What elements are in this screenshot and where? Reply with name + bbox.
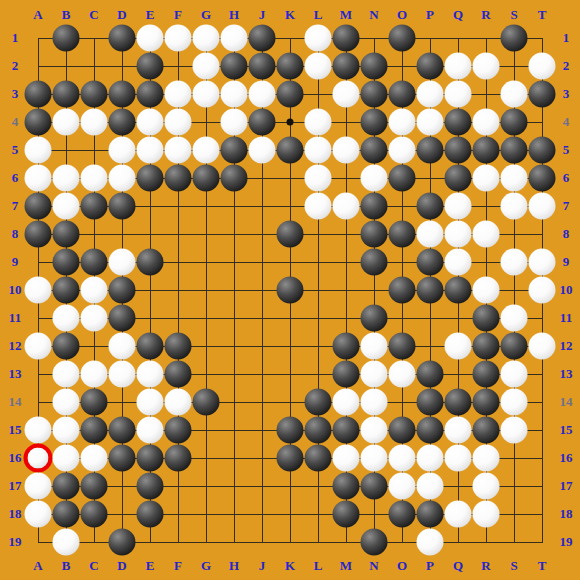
intersection-L1[interactable] [304,24,332,52]
intersection-C5[interactable] [80,136,108,164]
intersection-B15[interactable] [52,416,80,444]
intersection-C9[interactable] [80,248,108,276]
intersection-N16[interactable] [360,444,388,472]
intersection-L6[interactable] [304,164,332,192]
intersection-K1[interactable] [276,24,304,52]
intersection-K5[interactable] [276,136,304,164]
intersection-O9[interactable] [388,248,416,276]
intersection-D5[interactable] [108,136,136,164]
intersection-L2[interactable] [304,52,332,80]
intersection-O11[interactable] [388,304,416,332]
intersection-K4[interactable] [276,108,304,136]
intersection-T2[interactable] [528,52,556,80]
intersection-F5[interactable] [164,136,192,164]
intersection-P15[interactable] [416,416,444,444]
intersection-P14[interactable] [416,388,444,416]
intersection-G2[interactable] [192,52,220,80]
intersection-L13[interactable] [304,360,332,388]
intersection-Q7[interactable] [444,192,472,220]
intersection-A19[interactable] [24,528,52,556]
intersection-J5[interactable] [248,136,276,164]
intersection-T19[interactable] [528,528,556,556]
intersection-L17[interactable] [304,472,332,500]
intersection-R14[interactable] [472,388,500,416]
intersection-P2[interactable] [416,52,444,80]
intersection-R11[interactable] [472,304,500,332]
intersection-D16[interactable] [108,444,136,472]
intersection-Q17[interactable] [444,472,472,500]
intersection-O15[interactable] [388,416,416,444]
intersection-O16[interactable] [388,444,416,472]
intersection-P1[interactable] [416,24,444,52]
intersection-S3[interactable] [500,80,528,108]
intersection-C2[interactable] [80,52,108,80]
intersection-J6[interactable] [248,164,276,192]
intersection-E15[interactable] [136,416,164,444]
intersection-D13[interactable] [108,360,136,388]
intersection-R1[interactable] [472,24,500,52]
intersection-G7[interactable] [192,192,220,220]
intersection-Q19[interactable] [444,528,472,556]
intersection-E12[interactable] [136,332,164,360]
intersection-L9[interactable] [304,248,332,276]
intersection-H19[interactable] [220,528,248,556]
intersection-G14[interactable] [192,388,220,416]
intersection-C15[interactable] [80,416,108,444]
intersection-A11[interactable] [24,304,52,332]
intersection-D4[interactable] [108,108,136,136]
intersection-K2[interactable] [276,52,304,80]
intersection-Q5[interactable] [444,136,472,164]
intersection-Q16[interactable] [444,444,472,472]
intersection-A16[interactable] [24,444,52,472]
intersection-L7[interactable] [304,192,332,220]
intersection-S8[interactable] [500,220,528,248]
intersection-B16[interactable] [52,444,80,472]
intersection-J14[interactable] [248,388,276,416]
intersection-M17[interactable] [332,472,360,500]
intersection-H12[interactable] [220,332,248,360]
intersection-S7[interactable] [500,192,528,220]
intersection-Q4[interactable] [444,108,472,136]
intersection-J9[interactable] [248,248,276,276]
intersection-P4[interactable] [416,108,444,136]
intersection-E4[interactable] [136,108,164,136]
intersection-R9[interactable] [472,248,500,276]
intersection-C6[interactable] [80,164,108,192]
intersection-O8[interactable] [388,220,416,248]
intersection-N11[interactable] [360,304,388,332]
intersection-Q14[interactable] [444,388,472,416]
intersection-T13[interactable] [528,360,556,388]
intersection-D14[interactable] [108,388,136,416]
intersection-M8[interactable] [332,220,360,248]
intersection-H15[interactable] [220,416,248,444]
intersection-L3[interactable] [304,80,332,108]
intersection-T17[interactable] [528,472,556,500]
intersection-L5[interactable] [304,136,332,164]
intersection-J15[interactable] [248,416,276,444]
intersection-G3[interactable] [192,80,220,108]
intersection-T11[interactable] [528,304,556,332]
intersection-S9[interactable] [500,248,528,276]
intersection-L15[interactable] [304,416,332,444]
intersection-A18[interactable] [24,500,52,528]
intersection-A7[interactable] [24,192,52,220]
intersection-R12[interactable] [472,332,500,360]
intersection-E3[interactable] [136,80,164,108]
intersection-A12[interactable] [24,332,52,360]
intersection-E2[interactable] [136,52,164,80]
intersection-M2[interactable] [332,52,360,80]
intersection-G17[interactable] [192,472,220,500]
intersection-D8[interactable] [108,220,136,248]
intersection-D17[interactable] [108,472,136,500]
intersection-O1[interactable] [388,24,416,52]
intersection-H8[interactable] [220,220,248,248]
intersection-E16[interactable] [136,444,164,472]
intersection-K12[interactable] [276,332,304,360]
intersection-C7[interactable] [80,192,108,220]
intersection-F7[interactable] [164,192,192,220]
intersection-N12[interactable] [360,332,388,360]
intersection-A3[interactable] [24,80,52,108]
intersection-E8[interactable] [136,220,164,248]
intersection-F19[interactable] [164,528,192,556]
intersection-O4[interactable] [388,108,416,136]
intersection-R13[interactable] [472,360,500,388]
intersection-O13[interactable] [388,360,416,388]
intersection-P10[interactable] [416,276,444,304]
intersection-K10[interactable] [276,276,304,304]
intersection-H13[interactable] [220,360,248,388]
intersection-S2[interactable] [500,52,528,80]
intersection-R19[interactable] [472,528,500,556]
intersection-T18[interactable] [528,500,556,528]
intersection-E9[interactable] [136,248,164,276]
intersection-M10[interactable] [332,276,360,304]
intersection-C13[interactable] [80,360,108,388]
intersection-A13[interactable] [24,360,52,388]
intersection-A8[interactable] [24,220,52,248]
intersection-A4[interactable] [24,108,52,136]
intersection-T3[interactable] [528,80,556,108]
intersection-T10[interactable] [528,276,556,304]
intersection-N14[interactable] [360,388,388,416]
intersection-F8[interactable] [164,220,192,248]
intersection-T8[interactable] [528,220,556,248]
intersection-N18[interactable] [360,500,388,528]
intersection-S15[interactable] [500,416,528,444]
intersection-F4[interactable] [164,108,192,136]
intersection-H2[interactable] [220,52,248,80]
intersection-K13[interactable] [276,360,304,388]
intersection-L19[interactable] [304,528,332,556]
intersection-E5[interactable] [136,136,164,164]
intersection-E14[interactable] [136,388,164,416]
intersection-G12[interactable] [192,332,220,360]
intersection-T9[interactable] [528,248,556,276]
intersection-J17[interactable] [248,472,276,500]
intersection-S6[interactable] [500,164,528,192]
intersection-Q2[interactable] [444,52,472,80]
intersection-F3[interactable] [164,80,192,108]
intersection-O18[interactable] [388,500,416,528]
intersection-M4[interactable] [332,108,360,136]
intersection-P7[interactable] [416,192,444,220]
intersection-K15[interactable] [276,416,304,444]
intersection-S11[interactable] [500,304,528,332]
intersection-G10[interactable] [192,276,220,304]
intersection-G5[interactable] [192,136,220,164]
intersection-J3[interactable] [248,80,276,108]
intersection-F12[interactable] [164,332,192,360]
intersection-D9[interactable] [108,248,136,276]
intersection-A5[interactable] [24,136,52,164]
intersection-J19[interactable] [248,528,276,556]
intersection-F16[interactable] [164,444,192,472]
intersection-A1[interactable] [24,24,52,52]
intersection-B8[interactable] [52,220,80,248]
intersection-H18[interactable] [220,500,248,528]
intersection-Q9[interactable] [444,248,472,276]
intersection-B14[interactable] [52,388,80,416]
intersection-H7[interactable] [220,192,248,220]
intersection-B18[interactable] [52,500,80,528]
intersection-C17[interactable] [80,472,108,500]
intersection-D15[interactable] [108,416,136,444]
intersection-M18[interactable] [332,500,360,528]
intersection-H4[interactable] [220,108,248,136]
intersection-S1[interactable] [500,24,528,52]
intersection-N15[interactable] [360,416,388,444]
intersection-N19[interactable] [360,528,388,556]
intersection-H9[interactable] [220,248,248,276]
intersection-Q6[interactable] [444,164,472,192]
intersection-B19[interactable] [52,528,80,556]
intersection-L16[interactable] [304,444,332,472]
intersection-M16[interactable] [332,444,360,472]
intersection-D10[interactable] [108,276,136,304]
intersection-K7[interactable] [276,192,304,220]
intersection-J13[interactable] [248,360,276,388]
intersection-T6[interactable] [528,164,556,192]
intersection-F1[interactable] [164,24,192,52]
intersection-T16[interactable] [528,444,556,472]
intersection-E6[interactable] [136,164,164,192]
intersection-T5[interactable] [528,136,556,164]
intersection-M1[interactable] [332,24,360,52]
intersection-B11[interactable] [52,304,80,332]
intersection-Q15[interactable] [444,416,472,444]
intersection-P12[interactable] [416,332,444,360]
intersection-O10[interactable] [388,276,416,304]
intersection-O14[interactable] [388,388,416,416]
intersection-G18[interactable] [192,500,220,528]
intersection-P19[interactable] [416,528,444,556]
intersection-L14[interactable] [304,388,332,416]
intersection-N10[interactable] [360,276,388,304]
intersection-F2[interactable] [164,52,192,80]
intersection-J4[interactable] [248,108,276,136]
intersection-R2[interactable] [472,52,500,80]
intersection-J7[interactable] [248,192,276,220]
intersection-K3[interactable] [276,80,304,108]
intersection-C12[interactable] [80,332,108,360]
intersection-Q13[interactable] [444,360,472,388]
intersection-R7[interactable] [472,192,500,220]
intersection-B9[interactable] [52,248,80,276]
intersection-H1[interactable] [220,24,248,52]
intersection-N17[interactable] [360,472,388,500]
intersection-G6[interactable] [192,164,220,192]
intersection-E18[interactable] [136,500,164,528]
intersection-M11[interactable] [332,304,360,332]
intersection-R16[interactable] [472,444,500,472]
intersection-H6[interactable] [220,164,248,192]
intersection-J18[interactable] [248,500,276,528]
intersection-Q8[interactable] [444,220,472,248]
intersection-Q11[interactable] [444,304,472,332]
intersection-O12[interactable] [388,332,416,360]
intersection-N3[interactable] [360,80,388,108]
intersection-R15[interactable] [472,416,500,444]
intersection-N2[interactable] [360,52,388,80]
intersection-Q18[interactable] [444,500,472,528]
intersection-M13[interactable] [332,360,360,388]
intersection-J10[interactable] [248,276,276,304]
intersection-D7[interactable] [108,192,136,220]
intersection-R17[interactable] [472,472,500,500]
intersection-P3[interactable] [416,80,444,108]
intersection-K19[interactable] [276,528,304,556]
intersection-S16[interactable] [500,444,528,472]
intersection-K6[interactable] [276,164,304,192]
intersection-O7[interactable] [388,192,416,220]
intersection-G19[interactable] [192,528,220,556]
intersection-S5[interactable] [500,136,528,164]
intersection-D12[interactable] [108,332,136,360]
intersection-H10[interactable] [220,276,248,304]
intersection-O3[interactable] [388,80,416,108]
intersection-H5[interactable] [220,136,248,164]
intersection-H14[interactable] [220,388,248,416]
intersection-K18[interactable] [276,500,304,528]
intersection-C18[interactable] [80,500,108,528]
intersection-B7[interactable] [52,192,80,220]
intersection-K11[interactable] [276,304,304,332]
intersection-L8[interactable] [304,220,332,248]
intersection-A14[interactable] [24,388,52,416]
intersection-H11[interactable] [220,304,248,332]
intersection-P11[interactable] [416,304,444,332]
intersection-N8[interactable] [360,220,388,248]
intersection-P5[interactable] [416,136,444,164]
intersection-A10[interactable] [24,276,52,304]
intersection-C8[interactable] [80,220,108,248]
intersection-H17[interactable] [220,472,248,500]
intersection-D18[interactable] [108,500,136,528]
intersection-S4[interactable] [500,108,528,136]
intersection-O5[interactable] [388,136,416,164]
intersection-A2[interactable] [24,52,52,80]
intersection-P8[interactable] [416,220,444,248]
intersection-B13[interactable] [52,360,80,388]
intersection-B10[interactable] [52,276,80,304]
intersection-R6[interactable] [472,164,500,192]
intersection-P9[interactable] [416,248,444,276]
intersection-E10[interactable] [136,276,164,304]
intersection-R3[interactable] [472,80,500,108]
intersection-D19[interactable] [108,528,136,556]
intersection-G11[interactable] [192,304,220,332]
intersection-O17[interactable] [388,472,416,500]
intersection-D3[interactable] [108,80,136,108]
intersection-B1[interactable] [52,24,80,52]
intersection-S17[interactable] [500,472,528,500]
intersection-G8[interactable] [192,220,220,248]
intersection-K8[interactable] [276,220,304,248]
intersection-H3[interactable] [220,80,248,108]
intersection-B4[interactable] [52,108,80,136]
intersection-F14[interactable] [164,388,192,416]
intersection-E13[interactable] [136,360,164,388]
intersection-M12[interactable] [332,332,360,360]
intersection-T7[interactable] [528,192,556,220]
intersection-S10[interactable] [500,276,528,304]
intersection-F9[interactable] [164,248,192,276]
intersection-M15[interactable] [332,416,360,444]
intersection-R18[interactable] [472,500,500,528]
intersection-S13[interactable] [500,360,528,388]
intersection-T15[interactable] [528,416,556,444]
intersection-D11[interactable] [108,304,136,332]
intersection-O6[interactable] [388,164,416,192]
intersection-C4[interactable] [80,108,108,136]
intersection-S19[interactable] [500,528,528,556]
intersection-P6[interactable] [416,164,444,192]
intersection-T14[interactable] [528,388,556,416]
intersection-M6[interactable] [332,164,360,192]
intersection-S12[interactable] [500,332,528,360]
intersection-L10[interactable] [304,276,332,304]
intersection-D6[interactable] [108,164,136,192]
intersection-P18[interactable] [416,500,444,528]
intersection-C11[interactable] [80,304,108,332]
intersection-C14[interactable] [80,388,108,416]
intersection-F11[interactable] [164,304,192,332]
intersection-J11[interactable] [248,304,276,332]
intersection-J16[interactable] [248,444,276,472]
intersection-B3[interactable] [52,80,80,108]
intersection-N1[interactable] [360,24,388,52]
intersection-J1[interactable] [248,24,276,52]
intersection-J2[interactable] [248,52,276,80]
intersection-P16[interactable] [416,444,444,472]
intersection-T12[interactable] [528,332,556,360]
intersection-S14[interactable] [500,388,528,416]
intersection-N7[interactable] [360,192,388,220]
intersection-F10[interactable] [164,276,192,304]
intersection-O19[interactable] [388,528,416,556]
intersection-J8[interactable] [248,220,276,248]
intersection-L12[interactable] [304,332,332,360]
intersection-K9[interactable] [276,248,304,276]
intersection-T4[interactable] [528,108,556,136]
intersection-J12[interactable] [248,332,276,360]
intersection-R8[interactable] [472,220,500,248]
intersection-N4[interactable] [360,108,388,136]
